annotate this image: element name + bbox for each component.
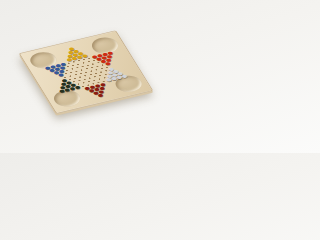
photo-background: { "game": "chinese-checkers", "position"… xyxy=(0,0,170,153)
chinese-checkers-board: ●●●●●●●●●●●●●●●●●●●●●●●●●●●●●●●●●●●●●●●●… xyxy=(19,30,153,113)
board-scene: ●●●●●●●●●●●●●●●●●●●●●●●●●●●●●●●●●●●●●●●●… xyxy=(19,30,153,113)
maroon-peg[interactable]: ● xyxy=(97,93,104,97)
star-row: ● xyxy=(97,93,104,97)
star-grid: ●●●●●●●●●●●●●●●●●●●●●●●●●●●●●●●●●●●●●●●●… xyxy=(20,31,152,113)
white-peg[interactable]: ● xyxy=(121,74,128,78)
